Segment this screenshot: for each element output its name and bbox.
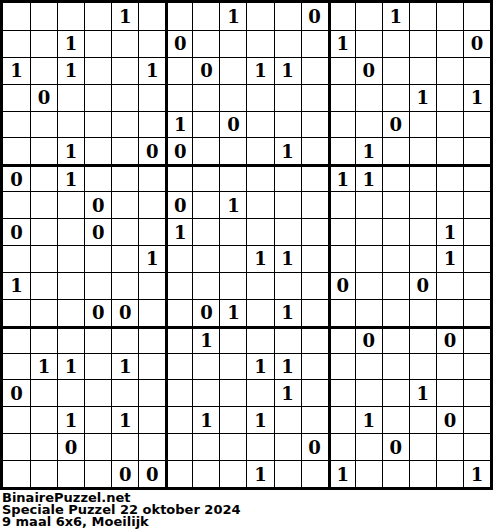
cell-r17c13-empty[interactable] bbox=[328, 433, 355, 460]
cell-r17c11-empty[interactable] bbox=[274, 433, 301, 460]
cell-r17c14-empty[interactable] bbox=[355, 433, 382, 460]
cell-r13c10-empty[interactable] bbox=[246, 326, 273, 353]
cell-r6c11-given: 1 bbox=[274, 137, 301, 164]
cell-r17c3-given: 0 bbox=[57, 433, 84, 460]
cell-r11c2-empty[interactable] bbox=[30, 272, 57, 299]
cell-r10c11-given: 1 bbox=[274, 245, 301, 272]
cell-r12c1-empty[interactable] bbox=[3, 299, 30, 326]
cell-r4c6-empty[interactable] bbox=[138, 84, 165, 111]
cell-r15c15-empty[interactable] bbox=[382, 379, 409, 406]
cell-r17c5-empty[interactable] bbox=[111, 433, 138, 460]
cell-r10c4-empty[interactable] bbox=[84, 245, 111, 272]
cell-r14c16-empty[interactable] bbox=[409, 353, 436, 380]
cell-r6c1-empty[interactable] bbox=[3, 137, 30, 164]
cell-r6c6-given: 0 bbox=[138, 137, 165, 164]
cell-r13c9-empty[interactable] bbox=[219, 326, 246, 353]
cell-r17c18-empty[interactable] bbox=[463, 433, 490, 460]
cell-r3c18-empty[interactable] bbox=[463, 57, 490, 84]
cell-r8c14-empty[interactable] bbox=[355, 191, 382, 218]
cell-r3c4-empty[interactable] bbox=[84, 57, 111, 84]
cell-r11c13-given: 0 bbox=[328, 272, 355, 299]
cell-r4c1-empty[interactable] bbox=[3, 84, 30, 111]
cell-r18c17-empty[interactable] bbox=[436, 460, 463, 487]
cell-r2c16-empty[interactable] bbox=[409, 30, 436, 57]
cell-r13c18-empty[interactable] bbox=[463, 326, 490, 353]
cell-r15c18-empty[interactable] bbox=[463, 379, 490, 406]
cell-r16c9-empty[interactable] bbox=[219, 406, 246, 433]
cell-r18c2-empty[interactable] bbox=[30, 460, 57, 487]
cell-r15c12-empty[interactable] bbox=[301, 379, 328, 406]
cell-r7c9-empty[interactable] bbox=[219, 164, 246, 191]
cell-r1c12-given: 0 bbox=[301, 3, 328, 30]
cell-r9c4-given: 0 bbox=[84, 218, 111, 245]
cell-r10c17-given: 1 bbox=[436, 245, 463, 272]
cell-r1c9-given: 1 bbox=[219, 3, 246, 30]
cell-r5c11-empty[interactable] bbox=[274, 111, 301, 138]
cell-r4c10-empty[interactable] bbox=[246, 84, 273, 111]
cell-r13c16-empty[interactable] bbox=[409, 326, 436, 353]
cell-r14c15-empty[interactable] bbox=[382, 353, 409, 380]
cell-r12c5-given: 0 bbox=[111, 299, 138, 326]
cell-r3c9-empty[interactable] bbox=[219, 57, 246, 84]
cell-r4c12-empty[interactable] bbox=[301, 84, 328, 111]
cell-r17c7-empty[interactable] bbox=[165, 433, 192, 460]
puzzle-footer: BinairePuzzel.net Speciale Puzzel 22 okt… bbox=[0, 490, 493, 528]
cell-r6c9-empty[interactable] bbox=[219, 137, 246, 164]
cell-r10c1-empty[interactable] bbox=[3, 245, 30, 272]
cell-r15c7-empty[interactable] bbox=[165, 379, 192, 406]
cell-r18c10-given: 1 bbox=[246, 460, 273, 487]
cell-r17c2-empty[interactable] bbox=[30, 433, 57, 460]
cell-r6c17-empty[interactable] bbox=[436, 137, 463, 164]
cell-r10c8-empty[interactable] bbox=[192, 245, 219, 272]
cell-r12c9-given: 1 bbox=[219, 299, 246, 326]
cell-r4c15-empty[interactable] bbox=[382, 84, 409, 111]
cell-r5c16-empty[interactable] bbox=[409, 111, 436, 138]
cell-r1c2-empty[interactable] bbox=[30, 3, 57, 30]
cell-r11c18-empty[interactable] bbox=[463, 272, 490, 299]
cell-r7c11-empty[interactable] bbox=[274, 164, 301, 191]
cell-r17c16-empty[interactable] bbox=[409, 433, 436, 460]
cell-r9c13-empty[interactable] bbox=[328, 218, 355, 245]
cell-r10c13-empty[interactable] bbox=[328, 245, 355, 272]
cell-r11c4-empty[interactable] bbox=[84, 272, 111, 299]
cell-r5c8-empty[interactable] bbox=[192, 111, 219, 138]
cell-r6c14-given: 1 bbox=[355, 137, 382, 164]
cell-r18c8-empty[interactable] bbox=[192, 460, 219, 487]
cell-r10c16-empty[interactable] bbox=[409, 245, 436, 272]
cell-r5c17-empty[interactable] bbox=[436, 111, 463, 138]
cell-r12c12-empty[interactable] bbox=[301, 299, 328, 326]
cell-r4c8-empty[interactable] bbox=[192, 84, 219, 111]
cell-r1c1-empty[interactable] bbox=[3, 3, 30, 30]
cell-r1c3-empty[interactable] bbox=[57, 3, 84, 30]
cell-r6c2-empty[interactable] bbox=[30, 137, 57, 164]
cell-r11c12-empty[interactable] bbox=[301, 272, 328, 299]
cell-r12c16-empty[interactable] bbox=[409, 299, 436, 326]
cell-r16c5-given: 1 bbox=[111, 406, 138, 433]
cell-r16c11-empty[interactable] bbox=[274, 406, 301, 433]
cell-r18c4-empty[interactable] bbox=[84, 460, 111, 487]
cell-r3c6-given: 1 bbox=[138, 57, 165, 84]
cell-r5c6-empty[interactable] bbox=[138, 111, 165, 138]
cell-r8c6-empty[interactable] bbox=[138, 191, 165, 218]
cell-r4c11-empty[interactable] bbox=[274, 84, 301, 111]
cell-r2c9-empty[interactable] bbox=[219, 30, 246, 57]
cell-r1c13-empty[interactable] bbox=[328, 3, 355, 30]
cell-r1c10-empty[interactable] bbox=[246, 3, 273, 30]
cell-r7c17-empty[interactable] bbox=[436, 164, 463, 191]
cell-r8c15-empty[interactable] bbox=[382, 191, 409, 218]
cell-r5c18-empty[interactable] bbox=[463, 111, 490, 138]
cell-r12c2-empty[interactable] bbox=[30, 299, 57, 326]
cell-r3c17-empty[interactable] bbox=[436, 57, 463, 84]
cell-r13c2-empty[interactable] bbox=[30, 326, 57, 353]
cell-r4c14-empty[interactable] bbox=[355, 84, 382, 111]
cell-r8c9-given: 1 bbox=[219, 191, 246, 218]
cell-r17c9-empty[interactable] bbox=[219, 433, 246, 460]
cell-r10c14-empty[interactable] bbox=[355, 245, 382, 272]
cell-r3c8-given: 0 bbox=[192, 57, 219, 84]
cell-r2c2-empty[interactable] bbox=[30, 30, 57, 57]
cell-r4c3-empty[interactable] bbox=[57, 84, 84, 111]
cell-r15c14-empty[interactable] bbox=[355, 379, 382, 406]
cell-r14c5-given: 1 bbox=[111, 353, 138, 380]
cell-r12c17-empty[interactable] bbox=[436, 299, 463, 326]
cell-r14c12-empty[interactable] bbox=[301, 353, 328, 380]
cell-r4c9-empty[interactable] bbox=[219, 84, 246, 111]
cell-r8c18-empty[interactable] bbox=[463, 191, 490, 218]
cell-r14c18-empty[interactable] bbox=[463, 353, 490, 380]
cell-r12c13-empty[interactable] bbox=[328, 299, 355, 326]
cell-r16c2-empty[interactable] bbox=[30, 406, 57, 433]
cell-r14c2-given: 1 bbox=[30, 353, 57, 380]
cell-r2c18-given: 0 bbox=[463, 30, 490, 57]
cell-r5c13-empty[interactable] bbox=[328, 111, 355, 138]
cell-r4c4-empty[interactable] bbox=[84, 84, 111, 111]
cell-r16c10-given: 1 bbox=[246, 406, 273, 433]
cell-r2c1-empty[interactable] bbox=[3, 30, 30, 57]
cell-r10c6-given: 1 bbox=[138, 245, 165, 272]
cell-r11c8-empty[interactable] bbox=[192, 272, 219, 299]
cell-r18c18-given: 1 bbox=[463, 460, 490, 487]
cell-r18c6-given: 0 bbox=[138, 460, 165, 487]
cell-r3c1-given: 1 bbox=[3, 57, 30, 84]
cell-r2c4-empty[interactable] bbox=[84, 30, 111, 57]
cell-r3c15-empty[interactable] bbox=[382, 57, 409, 84]
cell-r12c7-empty[interactable] bbox=[165, 299, 192, 326]
cell-r13c4-empty[interactable] bbox=[84, 326, 111, 353]
cell-r11c9-empty[interactable] bbox=[219, 272, 246, 299]
cell-r10c18-empty[interactable] bbox=[463, 245, 490, 272]
cell-r11c7-empty[interactable] bbox=[165, 272, 192, 299]
cell-r8c2-empty[interactable] bbox=[30, 191, 57, 218]
cell-r9c10-empty[interactable] bbox=[246, 218, 273, 245]
cell-r1c6-empty[interactable] bbox=[138, 3, 165, 30]
cell-r1c8-empty[interactable] bbox=[192, 3, 219, 30]
cell-r16c15-empty[interactable] bbox=[382, 406, 409, 433]
cell-r15c10-empty[interactable] bbox=[246, 379, 273, 406]
cell-r10c12-empty[interactable] bbox=[301, 245, 328, 272]
cell-r9c7-given: 1 bbox=[165, 218, 192, 245]
cell-r7c4-empty[interactable] bbox=[84, 164, 111, 191]
cell-r16c13-empty[interactable] bbox=[328, 406, 355, 433]
cell-r13c6-empty[interactable] bbox=[138, 326, 165, 353]
cell-r8c5-empty[interactable] bbox=[111, 191, 138, 218]
cell-r7c10-empty[interactable] bbox=[246, 164, 273, 191]
cell-r1c14-empty[interactable] bbox=[355, 3, 382, 30]
cell-r13c3-empty[interactable] bbox=[57, 326, 84, 353]
cell-r9c1-given: 0 bbox=[3, 218, 30, 245]
cell-r15c2-empty[interactable] bbox=[30, 379, 57, 406]
cell-r2c11-empty[interactable] bbox=[274, 30, 301, 57]
cell-r17c10-empty[interactable] bbox=[246, 433, 273, 460]
cell-r13c1-empty[interactable] bbox=[3, 326, 30, 353]
cell-r11c15-empty[interactable] bbox=[382, 272, 409, 299]
cell-r10c2-empty[interactable] bbox=[30, 245, 57, 272]
cell-r16c4-empty[interactable] bbox=[84, 406, 111, 433]
cell-r17c6-empty[interactable] bbox=[138, 433, 165, 460]
cell-r1c7-empty[interactable] bbox=[165, 3, 192, 30]
cell-r18c1-empty[interactable] bbox=[3, 460, 30, 487]
cell-r16c6-empty[interactable] bbox=[138, 406, 165, 433]
cell-r12c10-empty[interactable] bbox=[246, 299, 273, 326]
cell-r14c7-empty[interactable] bbox=[165, 353, 192, 380]
cell-r2c14-empty[interactable] bbox=[355, 30, 382, 57]
cell-r13c14-given: 0 bbox=[355, 326, 382, 353]
cell-r2c7-given: 0 bbox=[165, 30, 192, 57]
cell-r12c11-given: 1 bbox=[274, 299, 301, 326]
cell-r4c5-empty[interactable] bbox=[111, 84, 138, 111]
cell-r4c18-given: 1 bbox=[463, 84, 490, 111]
cell-r4c17-empty[interactable] bbox=[436, 84, 463, 111]
cell-r13c15-empty[interactable] bbox=[382, 326, 409, 353]
cell-r7c13-given: 1 bbox=[328, 164, 355, 191]
cell-r5c9-given: 0 bbox=[219, 111, 246, 138]
cell-r1c4-empty[interactable] bbox=[84, 3, 111, 30]
cell-r2c5-empty[interactable] bbox=[111, 30, 138, 57]
cell-r5c2-empty[interactable] bbox=[30, 111, 57, 138]
cell-r2c17-empty[interactable] bbox=[436, 30, 463, 57]
cell-r15c3-empty[interactable] bbox=[57, 379, 84, 406]
cell-r8c8-empty[interactable] bbox=[192, 191, 219, 218]
cell-r15c11-given: 1 bbox=[274, 379, 301, 406]
cell-r7c5-empty[interactable] bbox=[111, 164, 138, 191]
cell-r11c5-empty[interactable] bbox=[111, 272, 138, 299]
cell-r1c18-empty[interactable] bbox=[463, 3, 490, 30]
cell-r8c1-empty[interactable] bbox=[3, 191, 30, 218]
cell-r10c9-empty[interactable] bbox=[219, 245, 246, 272]
cell-r2c6-empty[interactable] bbox=[138, 30, 165, 57]
cell-r14c11-given: 1 bbox=[274, 353, 301, 380]
cell-r18c11-empty[interactable] bbox=[274, 460, 301, 487]
cell-r7c8-empty[interactable] bbox=[192, 164, 219, 191]
cell-r1c11-empty[interactable] bbox=[274, 3, 301, 30]
cell-r2c12-empty[interactable] bbox=[301, 30, 328, 57]
cell-r14c8-empty[interactable] bbox=[192, 353, 219, 380]
cell-r9c11-empty[interactable] bbox=[274, 218, 301, 245]
cell-r5c15-given: 0 bbox=[382, 111, 409, 138]
cell-r8c12-empty[interactable] bbox=[301, 191, 328, 218]
cell-r15c13-empty[interactable] bbox=[328, 379, 355, 406]
cell-r18c9-empty[interactable] bbox=[219, 460, 246, 487]
cell-r10c7-empty[interactable] bbox=[165, 245, 192, 272]
cell-r3c2-empty[interactable] bbox=[30, 57, 57, 84]
cell-r15c17-empty[interactable] bbox=[436, 379, 463, 406]
cell-r9c16-empty[interactable] bbox=[409, 218, 436, 245]
cell-r7c16-empty[interactable] bbox=[409, 164, 436, 191]
cell-r8c3-empty[interactable] bbox=[57, 191, 84, 218]
cell-r7c15-empty[interactable] bbox=[382, 164, 409, 191]
cell-r5c3-empty[interactable] bbox=[57, 111, 84, 138]
cell-r12c18-empty[interactable] bbox=[463, 299, 490, 326]
cell-r5c4-empty[interactable] bbox=[84, 111, 111, 138]
cell-r9c5-empty[interactable] bbox=[111, 218, 138, 245]
cell-r12c3-empty[interactable] bbox=[57, 299, 84, 326]
cell-r11c1-given: 1 bbox=[3, 272, 30, 299]
cell-r9c15-empty[interactable] bbox=[382, 218, 409, 245]
cell-r15c4-empty[interactable] bbox=[84, 379, 111, 406]
cell-r6c4-empty[interactable] bbox=[84, 137, 111, 164]
cell-r13c7-empty[interactable] bbox=[165, 326, 192, 353]
puzzle-info: 9 maal 6x6, Moeilijk bbox=[2, 516, 493, 528]
cell-r16c7-empty[interactable] bbox=[165, 406, 192, 433]
cell-r14c4-empty[interactable] bbox=[84, 353, 111, 380]
cell-r15c5-empty[interactable] bbox=[111, 379, 138, 406]
cell-r10c10-given: 1 bbox=[246, 245, 273, 272]
cell-r18c7-empty[interactable] bbox=[165, 460, 192, 487]
cell-r14c13-empty[interactable] bbox=[328, 353, 355, 380]
cell-r12c14-empty[interactable] bbox=[355, 299, 382, 326]
cell-r3c12-empty[interactable] bbox=[301, 57, 328, 84]
cell-r18c3-empty[interactable] bbox=[57, 460, 84, 487]
cell-r18c12-empty[interactable] bbox=[301, 460, 328, 487]
cell-r6c15-empty[interactable] bbox=[382, 137, 409, 164]
cell-r6c8-empty[interactable] bbox=[192, 137, 219, 164]
cell-r11c6-empty[interactable] bbox=[138, 272, 165, 299]
cell-r13c8-given: 1 bbox=[192, 326, 219, 353]
cell-r8c13-empty[interactable] bbox=[328, 191, 355, 218]
cell-r7c18-empty[interactable] bbox=[463, 164, 490, 191]
cell-r2c15-empty[interactable] bbox=[382, 30, 409, 57]
cell-r14c6-empty[interactable] bbox=[138, 353, 165, 380]
cell-r17c17-empty[interactable] bbox=[436, 433, 463, 460]
cell-r9c12-empty[interactable] bbox=[301, 218, 328, 245]
cell-r9c14-empty[interactable] bbox=[355, 218, 382, 245]
cell-r12c15-empty[interactable] bbox=[382, 299, 409, 326]
cell-r13c5-empty[interactable] bbox=[111, 326, 138, 353]
cell-r2c3-given: 1 bbox=[57, 30, 84, 57]
cell-r14c1-empty[interactable] bbox=[3, 353, 30, 380]
cell-r4c7-empty[interactable] bbox=[165, 84, 192, 111]
cell-r10c5-empty[interactable] bbox=[111, 245, 138, 272]
cell-r8c11-empty[interactable] bbox=[274, 191, 301, 218]
cell-r3c13-empty[interactable] bbox=[328, 57, 355, 84]
cell-r15c1-given: 0 bbox=[3, 379, 30, 406]
cell-r6c13-empty[interactable] bbox=[328, 137, 355, 164]
cell-r6c16-empty[interactable] bbox=[409, 137, 436, 164]
cell-r16c1-empty[interactable] bbox=[3, 406, 30, 433]
cell-r9c18-empty[interactable] bbox=[463, 218, 490, 245]
cell-r12c4-given: 0 bbox=[84, 299, 111, 326]
cell-r12c6-empty[interactable] bbox=[138, 299, 165, 326]
cell-r3c14-given: 0 bbox=[355, 57, 382, 84]
cell-r6c18-empty[interactable] bbox=[463, 137, 490, 164]
cell-r5c12-empty[interactable] bbox=[301, 111, 328, 138]
cell-r16c18-empty[interactable] bbox=[463, 406, 490, 433]
cell-r8c17-empty[interactable] bbox=[436, 191, 463, 218]
cell-r2c8-empty[interactable] bbox=[192, 30, 219, 57]
cell-r18c16-empty[interactable] bbox=[409, 460, 436, 487]
cell-r2c10-empty[interactable] bbox=[246, 30, 273, 57]
cell-r15c9-empty[interactable] bbox=[219, 379, 246, 406]
cell-r6c7-given: 0 bbox=[165, 137, 192, 164]
cell-r14c17-empty[interactable] bbox=[436, 353, 463, 380]
cell-r11c10-empty[interactable] bbox=[246, 272, 273, 299]
cell-r14c9-empty[interactable] bbox=[219, 353, 246, 380]
cell-r16c16-empty[interactable] bbox=[409, 406, 436, 433]
cell-r6c12-empty[interactable] bbox=[301, 137, 328, 164]
cell-r13c12-empty[interactable] bbox=[301, 326, 328, 353]
cell-r9c2-empty[interactable] bbox=[30, 218, 57, 245]
cell-r17c4-empty[interactable] bbox=[84, 433, 111, 460]
cell-r9c8-empty[interactable] bbox=[192, 218, 219, 245]
cell-r8c10-empty[interactable] bbox=[246, 191, 273, 218]
cell-r16c12-empty[interactable] bbox=[301, 406, 328, 433]
cell-r11c17-empty[interactable] bbox=[436, 272, 463, 299]
cell-r14c14-empty[interactable] bbox=[355, 353, 382, 380]
cell-r5c5-empty[interactable] bbox=[111, 111, 138, 138]
cell-r4c2-given: 0 bbox=[30, 84, 57, 111]
cell-r13c11-empty[interactable] bbox=[274, 326, 301, 353]
cell-r13c13-empty[interactable] bbox=[328, 326, 355, 353]
cell-r7c12-empty[interactable] bbox=[301, 164, 328, 191]
cell-r5c14-empty[interactable] bbox=[355, 111, 382, 138]
cell-r9c9-empty[interactable] bbox=[219, 218, 246, 245]
cell-r11c3-empty[interactable] bbox=[57, 272, 84, 299]
cell-r1c17-empty[interactable] bbox=[436, 3, 463, 30]
cell-r18c13-given: 1 bbox=[328, 460, 355, 487]
cell-r8c16-empty[interactable] bbox=[409, 191, 436, 218]
cell-r1c16-empty[interactable] bbox=[409, 3, 436, 30]
cell-r18c15-empty[interactable] bbox=[382, 460, 409, 487]
cell-r4c13-empty[interactable] bbox=[328, 84, 355, 111]
cell-r3c7-empty[interactable] bbox=[165, 57, 192, 84]
cell-r7c7-empty[interactable] bbox=[165, 164, 192, 191]
cell-r7c6-empty[interactable] bbox=[138, 164, 165, 191]
cell-r15c6-empty[interactable] bbox=[138, 379, 165, 406]
cell-r18c14-empty[interactable] bbox=[355, 460, 382, 487]
cell-r9c3-empty[interactable] bbox=[57, 218, 84, 245]
cell-r17c1-empty[interactable] bbox=[3, 433, 30, 460]
cell-r6c10-empty[interactable] bbox=[246, 137, 273, 164]
cell-r3c16-empty[interactable] bbox=[409, 57, 436, 84]
cell-r17c15-given: 0 bbox=[382, 433, 409, 460]
cell-r10c3-empty[interactable] bbox=[57, 245, 84, 272]
cell-r5c10-empty[interactable] bbox=[246, 111, 273, 138]
cell-r10c15-empty[interactable] bbox=[382, 245, 409, 272]
puzzle-page: 1101101011101100111001001101110010011111… bbox=[0, 0, 493, 531]
cell-r15c8-empty[interactable] bbox=[192, 379, 219, 406]
cell-r7c2-empty[interactable] bbox=[30, 164, 57, 191]
cell-r6c5-empty[interactable] bbox=[111, 137, 138, 164]
cell-r5c1-empty[interactable] bbox=[3, 111, 30, 138]
cell-r11c14-empty[interactable] bbox=[355, 272, 382, 299]
cell-r9c6-empty[interactable] bbox=[138, 218, 165, 245]
cell-r11c11-empty[interactable] bbox=[274, 272, 301, 299]
cell-r3c5-empty[interactable] bbox=[111, 57, 138, 84]
cell-r17c8-empty[interactable] bbox=[192, 433, 219, 460]
